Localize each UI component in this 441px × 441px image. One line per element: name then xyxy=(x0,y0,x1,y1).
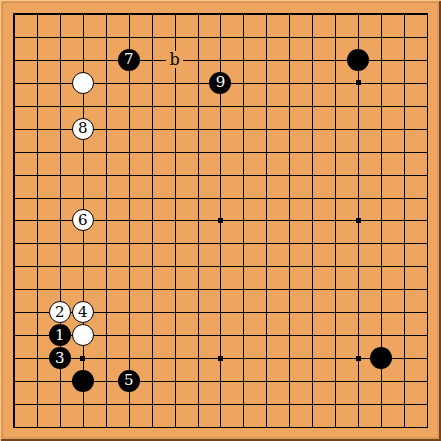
stone-move-number: 6 xyxy=(78,213,88,228)
white-stone-move-4: 4 xyxy=(72,301,94,323)
black-stone-move-7: 7 xyxy=(118,49,140,71)
white-stone-move-6: 6 xyxy=(72,209,94,231)
stone-move-number: 9 xyxy=(216,75,226,90)
white-stone xyxy=(72,324,94,346)
stone-move-number: 7 xyxy=(124,52,134,67)
stone-move-number: 2 xyxy=(55,305,65,320)
black-stone-move-5: 5 xyxy=(118,370,140,392)
point-label-b: b xyxy=(166,51,182,68)
star-point xyxy=(218,218,223,223)
white-stone-move-2: 2 xyxy=(49,301,71,323)
black-stone-move-3: 3 xyxy=(49,347,71,369)
white-stone xyxy=(72,72,94,94)
star-point xyxy=(356,356,361,361)
star-point xyxy=(80,356,85,361)
black-stone-move-9: 9 xyxy=(209,72,231,94)
stone-move-number: 4 xyxy=(78,305,88,320)
star-point xyxy=(356,218,361,223)
black-stone xyxy=(370,347,392,369)
go-board: 798624135b xyxy=(3,3,439,439)
stone-move-number: 3 xyxy=(55,351,65,366)
stone-move-number: 8 xyxy=(78,121,88,136)
black-stone-move-1: 1 xyxy=(49,324,71,346)
stone-move-number: 1 xyxy=(55,328,65,343)
black-stone xyxy=(347,49,369,71)
star-point xyxy=(218,356,223,361)
star-point xyxy=(356,80,361,85)
black-stone xyxy=(72,370,94,392)
white-stone-move-8: 8 xyxy=(72,118,94,140)
stone-move-number: 5 xyxy=(124,373,134,388)
go-board-diagram: 798624135b xyxy=(0,0,441,441)
